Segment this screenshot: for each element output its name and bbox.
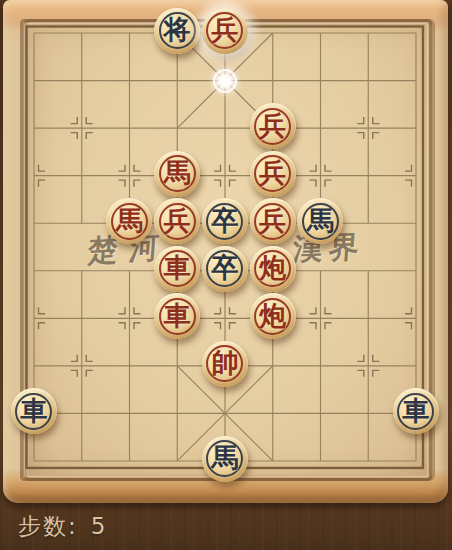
piece-red-horse[interactable]: 馬 — [154, 151, 200, 197]
piece-red-horse[interactable]: 馬 — [106, 198, 152, 244]
step-counter-value: 5 — [91, 513, 108, 539]
piece-glyph: 兵 — [259, 112, 286, 139]
piece-glyph: 炮 — [259, 254, 286, 281]
piece-red-cannon[interactable]: 炮 — [250, 246, 296, 292]
piece-glyph: 兵 — [259, 207, 286, 234]
piece-glyph: 帥 — [211, 349, 238, 376]
piece-grid: 将兵兵馬兵馬兵卒兵馬車卒炮車炮帥車車馬 — [10, 9, 440, 484]
piece-red-soldier[interactable]: 兵 — [250, 198, 296, 244]
game-screen: 楚河 漢界 将兵兵馬兵馬兵卒兵馬車卒炮車炮帥車車馬 步数: 5 — [0, 0, 452, 550]
move-target-sparkle — [210, 66, 240, 96]
piece-black-chariot[interactable]: 車 — [393, 388, 439, 434]
piece-glyph: 炮 — [259, 302, 286, 329]
piece-black-horse[interactable]: 馬 — [202, 436, 248, 482]
piece-glyph: 卒 — [211, 254, 238, 281]
piece-red-chariot[interactable]: 車 — [154, 246, 200, 292]
piece-red-soldier[interactable]: 兵 — [154, 198, 200, 244]
piece-red-cannon[interactable]: 炮 — [250, 293, 296, 339]
piece-glyph: 卒 — [211, 207, 238, 234]
piece-red-soldier[interactable]: 兵 — [250, 103, 296, 149]
piece-glyph: 車 — [20, 397, 47, 424]
piece-red-general[interactable]: 帥 — [202, 341, 248, 387]
piece-glyph: 馬 — [307, 207, 334, 234]
sparkle-ring — [213, 69, 237, 93]
sparkle-core — [215, 71, 235, 91]
piece-glyph: 兵 — [211, 16, 238, 43]
piece-red-soldier[interactable]: 兵 — [250, 151, 296, 197]
piece-black-soldier[interactable]: 卒 — [202, 246, 248, 292]
piece-black-soldier[interactable]: 卒 — [202, 198, 248, 244]
piece-red-chariot[interactable]: 車 — [154, 293, 200, 339]
piece-glyph: 車 — [402, 397, 429, 424]
piece-glyph: 馬 — [116, 207, 143, 234]
piece-glyph: 馬 — [211, 444, 238, 471]
piece-glyph: 将 — [164, 16, 191, 43]
piece-black-chariot[interactable]: 車 — [11, 388, 57, 434]
piece-glyph: 兵 — [164, 207, 191, 234]
piece-glyph: 兵 — [259, 159, 286, 186]
piece-black-horse[interactable]: 馬 — [297, 198, 343, 244]
step-counter-label: 步数: — [18, 511, 78, 542]
piece-glyph: 馬 — [164, 159, 191, 186]
piece-glyph: 車 — [164, 302, 191, 329]
step-counter: 步数: 5 — [18, 511, 107, 542]
piece-glyph: 車 — [164, 254, 191, 281]
piece-black-general[interactable]: 将 — [154, 8, 200, 54]
piece-red-soldier[interactable]: 兵 — [202, 8, 248, 54]
